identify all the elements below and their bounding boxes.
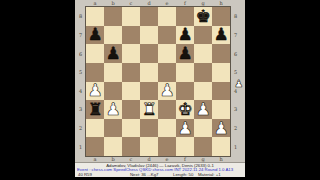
square-b7: [104, 26, 122, 45]
square-g6: [194, 44, 212, 63]
black-rook-a3: ♜: [87, 101, 102, 118]
game-info-footer: Adamidov, Vladislav (2446) — Lazavik, De…: [75, 162, 245, 177]
square-e2: [158, 119, 176, 138]
square-e7: [158, 26, 176, 45]
file-label-e: e: [158, 0, 176, 7]
move-counter: 40 R59: [78, 173, 92, 178]
square-g2: [194, 119, 212, 138]
square-d3: ♜: [140, 100, 158, 119]
square-g1: [194, 137, 212, 156]
white-rook-d3: ♜: [141, 101, 156, 118]
square-a7: ♟: [86, 26, 104, 45]
black-pawn-f6: ♟: [177, 45, 192, 62]
white-king-f3: ♚: [177, 101, 192, 118]
white-pawn-f2: ♟: [177, 120, 192, 137]
square-f8: [176, 7, 194, 26]
white-pawn-icon: ♟: [235, 79, 244, 89]
material-indicator: ♟: [233, 78, 245, 90]
square-a3: ♜: [86, 100, 104, 119]
square-c8: [122, 7, 140, 26]
rank-label-5: 5: [79, 69, 82, 75]
black-king-g8: ♚: [195, 8, 210, 25]
square-h6: [212, 44, 230, 63]
square-f6: ♟: [176, 44, 194, 63]
square-b8: [104, 7, 122, 26]
square-a6: [86, 44, 104, 63]
square-h1: [212, 137, 230, 156]
rank-label-4: 4: [79, 88, 82, 94]
square-f7: ♟: [176, 26, 194, 45]
square-b1: [104, 137, 122, 156]
square-c4: [122, 82, 140, 101]
square-d7: [140, 26, 158, 45]
rank-label-1: 1: [234, 144, 237, 150]
square-g4: [194, 82, 212, 101]
file-label-d: d: [140, 0, 158, 7]
square-d6: [140, 44, 158, 63]
white-pawn-e4: ♟: [159, 82, 174, 99]
black-pawn-b6: ♟: [105, 45, 120, 62]
file-label-b: b: [104, 0, 122, 7]
square-c3: [122, 100, 140, 119]
white-pawn-a4: ♟: [87, 82, 102, 99]
next-move: Next: 36 ...Kg7: [130, 173, 158, 178]
video-frame: abcdefgh 87654321 ♚♟♟♟♟♟♟♟♜♟♜♚♟♟♟ 876543…: [0, 0, 320, 180]
diagram-panel: abcdefgh 87654321 ♚♟♟♟♟♟♟♟♜♟♜♚♟♟♟ 876543…: [75, 0, 245, 176]
chess-board: ♚♟♟♟♟♟♟♟♜♟♜♚♟♟♟: [86, 7, 230, 156]
rank-label-5: 5: [234, 69, 237, 75]
square-a2: [86, 119, 104, 138]
rank-label-1: 1: [79, 144, 82, 150]
square-f5: [176, 63, 194, 82]
black-pawn-a7: ♟: [87, 26, 102, 43]
square-d4: [140, 82, 158, 101]
file-labels-top: abcdefgh: [86, 0, 230, 7]
square-d2: [140, 119, 158, 138]
square-e5: [158, 63, 176, 82]
square-b4: [104, 82, 122, 101]
square-h7: ♟: [212, 26, 230, 45]
black-pawn-f7: ♟: [177, 26, 192, 43]
square-g3: ♟: [194, 100, 212, 119]
status-line: 40 R59 Next: 36 ...Kg7 Length: 50 Materi…: [75, 173, 245, 178]
file-label-f: f: [176, 0, 194, 7]
square-d5: [140, 63, 158, 82]
square-h3: [212, 100, 230, 119]
rank-labels-left: 87654321: [76, 7, 85, 156]
square-c1: [122, 137, 140, 156]
square-c7: [122, 26, 140, 45]
file-label-g: g: [194, 0, 212, 7]
square-g5: [194, 63, 212, 82]
rank-label-3: 3: [79, 106, 82, 112]
square-e3: [158, 100, 176, 119]
square-e6: [158, 44, 176, 63]
rank-label-6: 6: [79, 51, 82, 57]
square-b5: [104, 63, 122, 82]
square-f1: [176, 137, 194, 156]
square-a8: [86, 7, 104, 26]
material-balance: Material: +1: [198, 173, 221, 178]
square-d8: [140, 7, 158, 26]
rank-label-8: 8: [234, 13, 237, 19]
square-h2: ♟: [212, 119, 230, 138]
square-a1: [86, 137, 104, 156]
square-h5: [212, 63, 230, 82]
file-label-c: c: [122, 0, 140, 7]
file-label-a: a: [86, 0, 104, 7]
square-b3: ♟: [104, 100, 122, 119]
square-h4: [212, 82, 230, 101]
rank-label-3: 3: [234, 106, 237, 112]
rank-label-7: 7: [234, 32, 237, 38]
square-f3: ♚: [176, 100, 194, 119]
rank-label-2: 2: [234, 125, 237, 131]
white-pawn-g3: ♟: [195, 101, 210, 118]
square-g7: [194, 26, 212, 45]
rank-label-6: 6: [234, 51, 237, 57]
square-f2: ♟: [176, 119, 194, 138]
file-label-h: h: [212, 0, 230, 7]
square-h8: [212, 7, 230, 26]
rank-label-2: 2: [79, 125, 82, 131]
square-g8: ♚: [194, 7, 212, 26]
square-d1: [140, 137, 158, 156]
square-b6: ♟: [104, 44, 122, 63]
square-c5: [122, 63, 140, 82]
white-pawn-h2: ♟: [213, 120, 228, 137]
rank-label-7: 7: [79, 32, 82, 38]
square-c2: [122, 119, 140, 138]
square-a5: [86, 63, 104, 82]
white-pawn-b3: ♟: [105, 101, 120, 118]
game-length: Length: 50: [173, 173, 193, 178]
square-a4: ♟: [86, 82, 104, 101]
square-c6: [122, 44, 140, 63]
square-e1: [158, 137, 176, 156]
square-e4: ♟: [158, 82, 176, 101]
square-f4: [176, 82, 194, 101]
black-pawn-h7: ♟: [213, 26, 228, 43]
rank-label-8: 8: [79, 13, 82, 19]
square-b2: [104, 119, 122, 138]
square-e8: [158, 7, 176, 26]
